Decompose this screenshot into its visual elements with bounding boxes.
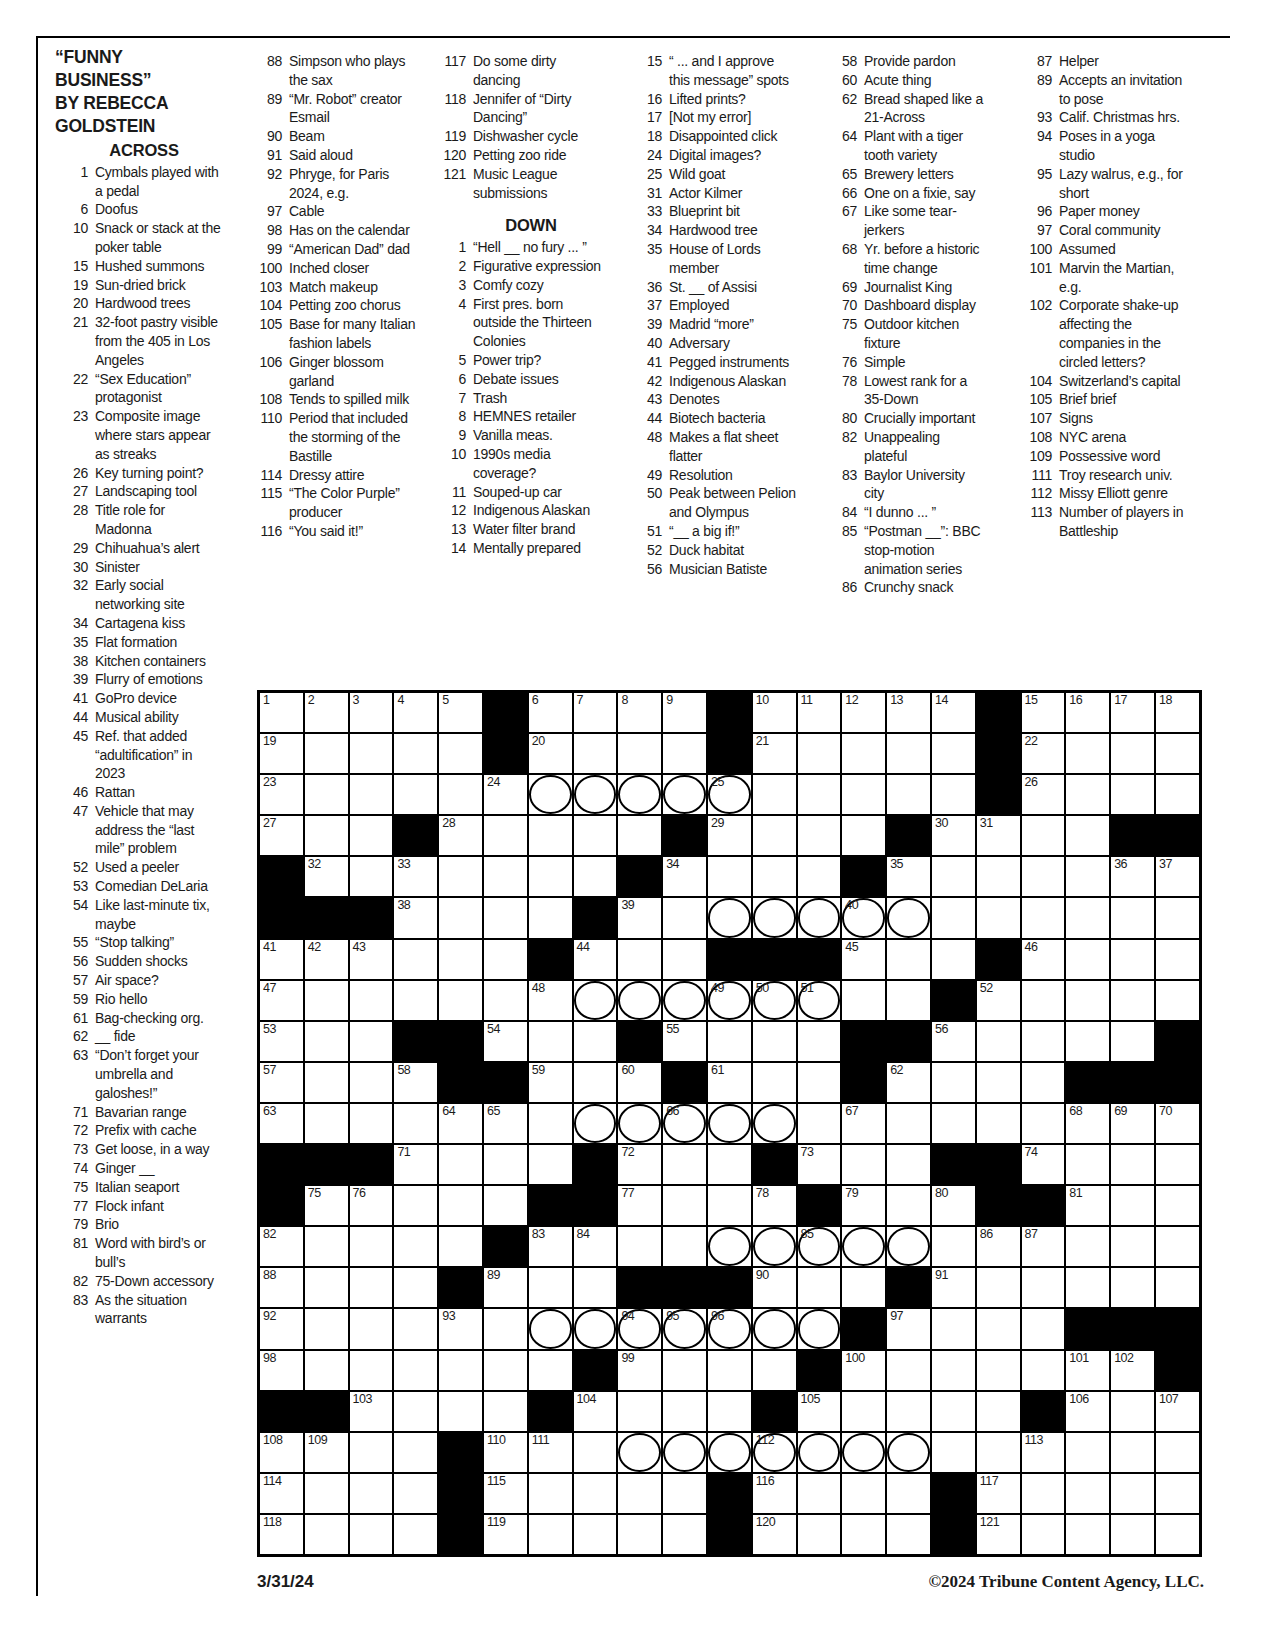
grid-cell-circled[interactable] xyxy=(618,1104,661,1143)
grid-cell[interactable]: 6 xyxy=(529,693,572,732)
grid-cell[interactable] xyxy=(350,1309,393,1348)
grid-cell[interactable] xyxy=(394,981,437,1020)
grid-cell[interactable] xyxy=(1066,898,1109,937)
grid-cell[interactable]: 63 xyxy=(260,1104,303,1143)
grid-cell[interactable] xyxy=(350,1022,393,1061)
grid-cell[interactable] xyxy=(305,1351,348,1390)
grid-cell[interactable] xyxy=(1066,775,1109,814)
grid-cell[interactable]: 77 xyxy=(618,1186,661,1225)
grid-cell[interactable] xyxy=(1022,1022,1065,1061)
grid-cell[interactable] xyxy=(842,1515,885,1554)
grid-cell[interactable]: 90 xyxy=(753,1268,796,1307)
grid-cell[interactable] xyxy=(887,734,930,773)
grid-cell[interactable] xyxy=(1066,1515,1109,1554)
grid-cell[interactable] xyxy=(798,734,841,773)
grid-cell[interactable] xyxy=(1156,1433,1199,1472)
grid-cell-circled[interactable] xyxy=(753,1309,796,1348)
grid-cell[interactable] xyxy=(305,816,348,855)
grid-cell[interactable] xyxy=(663,1515,706,1554)
grid-cell-circled[interactable] xyxy=(887,898,930,937)
grid-cell[interactable]: 115 xyxy=(484,1474,527,1513)
grid-cell[interactable]: 74 xyxy=(1022,1145,1065,1184)
grid-cell[interactable] xyxy=(753,1351,796,1390)
grid-cell[interactable] xyxy=(977,857,1020,896)
grid-cell-circled[interactable]: 85 xyxy=(798,1227,841,1266)
grid-cell[interactable] xyxy=(529,1022,572,1061)
grid-cell[interactable]: 26 xyxy=(1022,775,1065,814)
grid-cell[interactable]: 13 xyxy=(887,693,930,732)
grid-cell[interactable]: 105 xyxy=(798,1392,841,1431)
grid-cell[interactable] xyxy=(977,1268,1020,1307)
grid-cell[interactable]: 1 xyxy=(260,693,303,732)
grid-cell[interactable]: 58 xyxy=(394,1063,437,1102)
grid-cell-circled[interactable] xyxy=(798,1433,841,1472)
grid-cell[interactable]: 107 xyxy=(1156,1392,1199,1431)
grid-cell[interactable] xyxy=(484,1351,527,1390)
grid-cell[interactable] xyxy=(1156,1145,1199,1184)
grid-cell[interactable] xyxy=(350,1227,393,1266)
grid-cell[interactable] xyxy=(574,816,617,855)
grid-cell[interactable]: 70 xyxy=(1156,1104,1199,1143)
grid-cell[interactable]: 101 xyxy=(1066,1351,1109,1390)
grid-cell[interactable]: 35 xyxy=(887,857,930,896)
grid-cell[interactable] xyxy=(753,1063,796,1102)
grid-cell[interactable]: 87 xyxy=(1022,1227,1065,1266)
grid-cell[interactable]: 21 xyxy=(753,734,796,773)
grid-cell[interactable]: 11 xyxy=(798,693,841,732)
grid-cell[interactable] xyxy=(887,940,930,979)
grid-cell[interactable] xyxy=(932,1309,975,1348)
grid-cell[interactable]: 42 xyxy=(305,940,348,979)
grid-cell[interactable]: 62 xyxy=(887,1063,930,1102)
grid-cell[interactable]: 75 xyxy=(305,1186,348,1225)
grid-cell[interactable] xyxy=(663,1186,706,1225)
grid-cell[interactable] xyxy=(887,981,930,1020)
grid-cell[interactable] xyxy=(842,1268,885,1307)
grid-cell[interactable] xyxy=(529,1104,572,1143)
grid-cell[interactable]: 111 xyxy=(529,1433,572,1472)
grid-cell[interactable] xyxy=(663,1351,706,1390)
grid-cell[interactable] xyxy=(350,857,393,896)
grid-cell[interactable] xyxy=(574,857,617,896)
grid-cell[interactable]: 29 xyxy=(708,816,751,855)
grid-cell-circled[interactable] xyxy=(753,1227,796,1266)
grid-cell[interactable] xyxy=(1111,1515,1154,1554)
grid-cell[interactable]: 83 xyxy=(529,1227,572,1266)
grid-cell[interactable] xyxy=(394,1104,437,1143)
grid-cell-circled[interactable] xyxy=(708,1433,751,1472)
grid-cell[interactable]: 2 xyxy=(305,693,348,732)
grid-cell-circled[interactable]: 94 xyxy=(618,1309,661,1348)
grid-cell[interactable] xyxy=(887,1474,930,1513)
grid-cell[interactable] xyxy=(708,1186,751,1225)
grid-cell[interactable]: 10 xyxy=(753,693,796,732)
grid-cell[interactable] xyxy=(1156,898,1199,937)
grid-cell[interactable] xyxy=(1156,981,1199,1020)
grid-cell[interactable] xyxy=(887,1186,930,1225)
grid-cell[interactable]: 84 xyxy=(574,1227,617,1266)
grid-cell[interactable] xyxy=(305,1515,348,1554)
grid-cell[interactable] xyxy=(1066,1145,1109,1184)
grid-cell[interactable]: 23 xyxy=(260,775,303,814)
grid-cell[interactable] xyxy=(1066,1022,1109,1061)
grid-cell[interactable] xyxy=(439,857,482,896)
grid-cell[interactable]: 89 xyxy=(484,1268,527,1307)
grid-cell[interactable]: 113 xyxy=(1022,1433,1065,1472)
grid-cell[interactable] xyxy=(708,1145,751,1184)
grid-cell[interactable]: 71 xyxy=(394,1145,437,1184)
grid-cell[interactable] xyxy=(798,1104,841,1143)
grid-cell[interactable]: 82 xyxy=(260,1227,303,1266)
grid-cell[interactable] xyxy=(1111,1474,1154,1513)
grid-cell[interactable] xyxy=(1066,1268,1109,1307)
grid-cell[interactable]: 104 xyxy=(574,1392,617,1431)
grid-cell[interactable]: 117 xyxy=(977,1474,1020,1513)
grid-cell[interactable] xyxy=(574,734,617,773)
grid-cell[interactable] xyxy=(484,1309,527,1348)
grid-cell[interactable] xyxy=(1066,857,1109,896)
grid-cell[interactable]: 44 xyxy=(574,940,617,979)
grid-cell-circled[interactable]: 112 xyxy=(753,1433,796,1472)
grid-cell[interactable] xyxy=(1022,1309,1065,1348)
grid-cell[interactable] xyxy=(932,1392,975,1431)
grid-cell[interactable] xyxy=(663,1392,706,1431)
grid-cell-circled[interactable]: 96 xyxy=(708,1309,751,1348)
grid-cell[interactable] xyxy=(1022,1351,1065,1390)
grid-cell[interactable]: 16 xyxy=(1066,693,1109,732)
grid-cell[interactable] xyxy=(887,1104,930,1143)
grid-cell[interactable]: 19 xyxy=(260,734,303,773)
grid-cell-circled[interactable] xyxy=(708,898,751,937)
grid-cell[interactable] xyxy=(977,1351,1020,1390)
grid-cell-circled[interactable] xyxy=(529,775,572,814)
grid-cell-circled[interactable]: 95 xyxy=(663,1309,706,1348)
grid-cell[interactable] xyxy=(350,775,393,814)
grid-cell-circled[interactable] xyxy=(574,981,617,1020)
grid-cell[interactable]: 38 xyxy=(394,898,437,937)
grid-cell[interactable] xyxy=(484,940,527,979)
grid-cell-circled[interactable] xyxy=(618,981,661,1020)
grid-cell-circled[interactable]: 25 xyxy=(708,775,751,814)
grid-cell[interactable] xyxy=(842,734,885,773)
grid-cell[interactable] xyxy=(484,1392,527,1431)
grid-cell[interactable] xyxy=(663,1145,706,1184)
grid-cell[interactable] xyxy=(439,1145,482,1184)
grid-cell[interactable] xyxy=(618,1227,661,1266)
grid-cell-circled[interactable]: 66 xyxy=(663,1104,706,1143)
grid-cell[interactable]: 110 xyxy=(484,1433,527,1472)
grid-cell[interactable] xyxy=(842,1145,885,1184)
grid-cell[interactable] xyxy=(1022,1515,1065,1554)
grid-cell[interactable]: 59 xyxy=(529,1063,572,1102)
grid-cell[interactable] xyxy=(753,816,796,855)
grid-cell[interactable]: 81 xyxy=(1066,1186,1109,1225)
grid-cell[interactable] xyxy=(484,1145,527,1184)
grid-cell[interactable]: 88 xyxy=(260,1268,303,1307)
grid-cell[interactable] xyxy=(708,1392,751,1431)
grid-cell-circled[interactable] xyxy=(842,1227,885,1266)
grid-cell[interactable]: 65 xyxy=(484,1104,527,1143)
grid-cell[interactable]: 53 xyxy=(260,1022,303,1061)
grid-cell[interactable]: 57 xyxy=(260,1063,303,1102)
grid-cell[interactable] xyxy=(1111,1145,1154,1184)
grid-cell[interactable]: 91 xyxy=(932,1268,975,1307)
grid-cell[interactable] xyxy=(574,1474,617,1513)
grid-cell[interactable] xyxy=(529,1474,572,1513)
grid-cell[interactable] xyxy=(753,1022,796,1061)
grid-cell[interactable] xyxy=(1022,1104,1065,1143)
grid-cell[interactable]: 92 xyxy=(260,1309,303,1348)
grid-cell[interactable] xyxy=(618,1474,661,1513)
grid-cell[interactable] xyxy=(1156,775,1199,814)
grid-cell[interactable] xyxy=(1156,1515,1199,1554)
grid-cell[interactable]: 5 xyxy=(439,693,482,732)
grid-cell[interactable]: 102 xyxy=(1111,1351,1154,1390)
grid-cell[interactable]: 20 xyxy=(529,734,572,773)
grid-cell[interactable] xyxy=(350,1063,393,1102)
grid-cell[interactable]: 93 xyxy=(439,1309,482,1348)
grid-cell[interactable] xyxy=(350,734,393,773)
grid-cell[interactable] xyxy=(663,898,706,937)
grid-cell[interactable] xyxy=(1022,1268,1065,1307)
grid-cell[interactable] xyxy=(1022,898,1065,937)
grid-cell[interactable]: 48 xyxy=(529,981,572,1020)
grid-cell[interactable] xyxy=(394,734,437,773)
grid-cell[interactable]: 36 xyxy=(1111,857,1154,896)
grid-cell[interactable] xyxy=(1111,734,1154,773)
grid-cell[interactable]: 61 xyxy=(708,1063,751,1102)
grid-cell[interactable]: 120 xyxy=(753,1515,796,1554)
grid-cell[interactable] xyxy=(932,734,975,773)
grid-cell[interactable]: 109 xyxy=(305,1433,348,1472)
grid-cell[interactable] xyxy=(932,775,975,814)
grid-cell[interactable] xyxy=(574,1433,617,1472)
grid-cell[interactable]: 7 xyxy=(574,693,617,732)
grid-cell[interactable] xyxy=(1066,940,1109,979)
grid-cell[interactable] xyxy=(977,1104,1020,1143)
grid-cell[interactable] xyxy=(977,1022,1020,1061)
grid-cell-circled[interactable] xyxy=(618,1433,661,1472)
grid-cell[interactable] xyxy=(439,981,482,1020)
grid-cell-circled[interactable] xyxy=(753,898,796,937)
grid-cell[interactable] xyxy=(932,1227,975,1266)
grid-cell[interactable] xyxy=(1111,775,1154,814)
grid-cell[interactable]: 118 xyxy=(260,1515,303,1554)
grid-cell-circled[interactable]: 50 xyxy=(753,981,796,1020)
grid-cell[interactable] xyxy=(842,981,885,1020)
grid-cell[interactable] xyxy=(663,940,706,979)
grid-cell[interactable] xyxy=(798,1063,841,1102)
grid-cell[interactable] xyxy=(932,1433,975,1472)
grid-cell[interactable]: 116 xyxy=(753,1474,796,1513)
grid-cell[interactable] xyxy=(305,1268,348,1307)
grid-cell[interactable] xyxy=(394,1309,437,1348)
grid-cell[interactable]: 32 xyxy=(305,857,348,896)
grid-cell[interactable]: 73 xyxy=(798,1145,841,1184)
grid-cell[interactable]: 86 xyxy=(977,1227,1020,1266)
grid-cell[interactable] xyxy=(394,1515,437,1554)
grid-cell[interactable] xyxy=(1066,816,1109,855)
grid-cell[interactable]: 37 xyxy=(1156,857,1199,896)
grid-cell[interactable] xyxy=(305,1227,348,1266)
grid-cell[interactable] xyxy=(932,940,975,979)
grid-cell[interactable] xyxy=(1156,1186,1199,1225)
grid-cell[interactable] xyxy=(1111,1022,1154,1061)
grid-cell[interactable]: 22 xyxy=(1022,734,1065,773)
grid-cell[interactable] xyxy=(439,1351,482,1390)
grid-cell[interactable] xyxy=(618,1515,661,1554)
grid-cell[interactable] xyxy=(350,1268,393,1307)
grid-cell[interactable] xyxy=(439,898,482,937)
grid-cell[interactable]: 98 xyxy=(260,1351,303,1390)
grid-cell[interactable] xyxy=(394,1268,437,1307)
grid-cell[interactable] xyxy=(798,1474,841,1513)
grid-cell[interactable] xyxy=(887,1392,930,1431)
grid-cell[interactable]: 15 xyxy=(1022,693,1065,732)
grid-cell-circled[interactable]: 40 xyxy=(842,898,885,937)
grid-cell[interactable] xyxy=(439,940,482,979)
grid-cell[interactable] xyxy=(977,1433,1020,1472)
grid-cell[interactable] xyxy=(618,1392,661,1431)
grid-cell[interactable] xyxy=(1066,1433,1109,1472)
grid-cell[interactable] xyxy=(887,1145,930,1184)
grid-cell[interactable]: 3 xyxy=(350,693,393,732)
grid-cell[interactable] xyxy=(1066,1227,1109,1266)
grid-cell[interactable] xyxy=(1066,734,1109,773)
grid-cell[interactable] xyxy=(977,1392,1020,1431)
grid-cell[interactable]: 106 xyxy=(1066,1392,1109,1431)
grid-cell[interactable] xyxy=(439,1227,482,1266)
grid-cell[interactable] xyxy=(574,1022,617,1061)
grid-cell[interactable] xyxy=(753,857,796,896)
grid-cell[interactable] xyxy=(1156,1227,1199,1266)
grid-cell[interactable] xyxy=(932,1351,975,1390)
grid-cell[interactable]: 4 xyxy=(394,693,437,732)
grid-cell[interactable] xyxy=(350,816,393,855)
grid-cell[interactable]: 45 xyxy=(842,940,885,979)
grid-cell[interactable] xyxy=(708,1351,751,1390)
grid-cell[interactable]: 55 xyxy=(663,1022,706,1061)
grid-cell[interactable] xyxy=(842,1474,885,1513)
grid-cell[interactable] xyxy=(1022,816,1065,855)
grid-cell[interactable] xyxy=(887,1351,930,1390)
grid-cell-circled[interactable] xyxy=(708,1227,751,1266)
grid-cell[interactable]: 79 xyxy=(842,1186,885,1225)
grid-cell[interactable] xyxy=(932,898,975,937)
grid-cell[interactable] xyxy=(305,1474,348,1513)
grid-cell[interactable]: 41 xyxy=(260,940,303,979)
grid-cell[interactable] xyxy=(1022,981,1065,1020)
grid-cell[interactable] xyxy=(484,1186,527,1225)
grid-cell[interactable] xyxy=(394,1186,437,1225)
grid-cell-circled[interactable] xyxy=(753,1104,796,1143)
grid-cell-circled[interactable] xyxy=(887,1433,930,1472)
grid-cell[interactable]: 68 xyxy=(1066,1104,1109,1143)
grid-cell[interactable] xyxy=(1156,734,1199,773)
grid-cell[interactable] xyxy=(842,1392,885,1431)
grid-cell[interactable] xyxy=(394,1392,437,1431)
grid-cell[interactable] xyxy=(394,1227,437,1266)
grid-cell[interactable] xyxy=(932,1104,975,1143)
grid-cell[interactable]: 43 xyxy=(350,940,393,979)
grid-cell[interactable] xyxy=(798,775,841,814)
grid-cell-circled[interactable] xyxy=(663,981,706,1020)
grid-cell-circled[interactable] xyxy=(618,775,661,814)
grid-cell[interactable]: 52 xyxy=(977,981,1020,1020)
grid-cell[interactable] xyxy=(529,816,572,855)
grid-cell[interactable]: 54 xyxy=(484,1022,527,1061)
grid-cell[interactable]: 31 xyxy=(977,816,1020,855)
grid-cell[interactable] xyxy=(1156,940,1199,979)
grid-cell[interactable] xyxy=(394,940,437,979)
grid-cell[interactable]: 24 xyxy=(484,775,527,814)
grid-cell[interactable] xyxy=(932,857,975,896)
grid-cell[interactable] xyxy=(305,1022,348,1061)
grid-cell[interactable] xyxy=(708,1022,751,1061)
grid-cell[interactable] xyxy=(529,1268,572,1307)
grid-cell[interactable] xyxy=(798,1268,841,1307)
grid-cell[interactable] xyxy=(753,775,796,814)
grid-cell[interactable] xyxy=(394,1351,437,1390)
grid-cell[interactable] xyxy=(529,1351,572,1390)
grid-cell[interactable] xyxy=(529,1515,572,1554)
grid-cell[interactable] xyxy=(350,1351,393,1390)
grid-cell[interactable] xyxy=(350,1104,393,1143)
grid-cell[interactable] xyxy=(1066,1474,1109,1513)
grid-cell[interactable] xyxy=(305,1063,348,1102)
grid-cell[interactable] xyxy=(663,734,706,773)
grid-cell[interactable] xyxy=(887,775,930,814)
grid-cell[interactable]: 99 xyxy=(618,1351,661,1390)
grid-cell[interactable] xyxy=(484,898,527,937)
grid-cell[interactable] xyxy=(977,1309,1020,1348)
grid-cell[interactable] xyxy=(305,734,348,773)
grid-cell[interactable] xyxy=(708,857,751,896)
grid-cell[interactable]: 39 xyxy=(618,898,661,937)
grid-cell-circled[interactable] xyxy=(574,1104,617,1143)
grid-cell-circled[interactable] xyxy=(887,1227,930,1266)
grid-cell[interactable]: 80 xyxy=(932,1186,975,1225)
grid-cell-circled[interactable]: 51 xyxy=(798,981,841,1020)
grid-cell[interactable]: 121 xyxy=(977,1515,1020,1554)
grid-cell[interactable] xyxy=(484,857,527,896)
grid-cell[interactable]: 18 xyxy=(1156,693,1199,732)
grid-cell[interactable] xyxy=(1156,1268,1199,1307)
grid-cell[interactable] xyxy=(350,1474,393,1513)
grid-cell[interactable] xyxy=(1111,1227,1154,1266)
grid-cell[interactable] xyxy=(574,1063,617,1102)
grid-cell[interactable]: 108 xyxy=(260,1433,303,1472)
grid-cell[interactable] xyxy=(439,1186,482,1225)
grid-cell-circled[interactable] xyxy=(663,775,706,814)
grid-cell-circled[interactable]: 49 xyxy=(708,981,751,1020)
grid-cell[interactable] xyxy=(484,981,527,1020)
grid-cell[interactable] xyxy=(305,981,348,1020)
grid-cell[interactable] xyxy=(394,775,437,814)
grid-cell-circled[interactable] xyxy=(798,898,841,937)
grid-cell[interactable] xyxy=(439,775,482,814)
grid-cell[interactable]: 14 xyxy=(932,693,975,732)
grid-cell-circled[interactable] xyxy=(663,1433,706,1472)
grid-cell[interactable]: 46 xyxy=(1022,940,1065,979)
grid-cell[interactable]: 76 xyxy=(350,1186,393,1225)
grid-cell[interactable]: 67 xyxy=(842,1104,885,1143)
grid-cell[interactable] xyxy=(842,775,885,814)
grid-cell[interactable] xyxy=(350,981,393,1020)
grid-cell-circled[interactable] xyxy=(574,1309,617,1348)
grid-cell[interactable]: 78 xyxy=(753,1186,796,1225)
grid-cell[interactable] xyxy=(618,734,661,773)
